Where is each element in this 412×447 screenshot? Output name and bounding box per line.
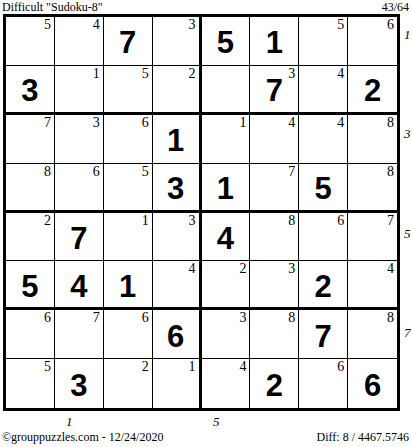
- row-label-7: 7: [404, 325, 411, 341]
- small-hint-digit: 2: [142, 359, 149, 374]
- cell-r7c6[interactable]: 8: [250, 310, 299, 359]
- small-hint-digit: 3: [189, 213, 196, 228]
- big-filled-digit: 5: [202, 17, 250, 65]
- cell-r6c2[interactable]: 4: [55, 261, 104, 310]
- cell-r4c8[interactable]: 8: [348, 164, 397, 213]
- small-hint-digit: 5: [44, 17, 51, 32]
- cell-r8c3[interactable]: 2: [104, 359, 153, 408]
- big-filled-digit: 1: [153, 115, 199, 163]
- small-hint-digit: 4: [93, 17, 100, 32]
- big-filled-digit: 7: [104, 17, 152, 65]
- big-filled-digit: 6: [153, 310, 199, 358]
- row-label-3: 3: [404, 126, 411, 142]
- col-label-1: 1: [66, 414, 73, 430]
- big-filled-digit: 5: [6, 261, 54, 307]
- small-hint-digit: 7: [93, 310, 100, 325]
- row-label-1: 1: [404, 27, 411, 43]
- small-hint-digit: 7: [44, 115, 51, 130]
- big-filled-digit: 7: [250, 66, 298, 112]
- cell-r6c8[interactable]: 4: [348, 261, 397, 310]
- cell-r8c8[interactable]: 6: [348, 359, 397, 408]
- small-hint-digit: 2: [189, 66, 196, 81]
- small-hint-digit: 8: [288, 213, 295, 228]
- cell-r7c7[interactable]: 7: [299, 310, 348, 359]
- small-hint-digit: 4: [337, 115, 344, 130]
- cell-r5c6[interactable]: 8: [250, 213, 299, 262]
- big-filled-digit: 7: [299, 310, 347, 358]
- cell-r7c4[interactable]: 6: [153, 310, 202, 359]
- small-hint-digit: 1: [93, 66, 100, 81]
- cell-r4c5[interactable]: 1: [202, 164, 251, 213]
- cell-r6c7[interactable]: 2: [299, 261, 348, 310]
- cell-r3c8[interactable]: 8: [348, 115, 397, 164]
- small-hint-digit: 2: [239, 261, 246, 276]
- cell-r4c7[interactable]: 5: [299, 164, 348, 213]
- cell-r2c8[interactable]: 2: [348, 66, 397, 115]
- cell-r1c7[interactable]: 5: [299, 17, 348, 66]
- small-hint-digit: 6: [387, 17, 394, 32]
- big-filled-digit: 3: [153, 164, 199, 210]
- cell-r1c4[interactable]: 3: [153, 17, 202, 66]
- big-filled-digit: 1: [104, 261, 152, 307]
- small-hint-digit: 6: [142, 115, 149, 130]
- big-filled-digit: 7: [55, 213, 103, 261]
- small-hint-digit: 5: [337, 17, 344, 32]
- cell-r2c6[interactable]: 37: [250, 66, 299, 115]
- small-hint-digit: 1: [142, 213, 149, 228]
- page-title: Difficult "Sudoku-8": [2, 0, 103, 15]
- cell-r8c5[interactable]: 4: [202, 359, 251, 408]
- small-hint-digit: 3: [189, 17, 196, 32]
- cell-r5c2[interactable]: 7: [55, 213, 104, 262]
- big-filled-digit: 2: [250, 359, 298, 408]
- cell-r7c5[interactable]: 3: [202, 310, 251, 359]
- cell-r2c1[interactable]: 3: [6, 66, 55, 115]
- footer-copyright: ©grouppuzzles.com - 12/24/2020: [2, 430, 163, 445]
- small-hint-digit: 3: [239, 310, 246, 325]
- cell-r6c4[interactable]: 4: [153, 261, 202, 310]
- row-label-5: 5: [404, 226, 411, 242]
- cell-r4c2[interactable]: 6: [55, 164, 104, 213]
- small-hint-digit: 4: [189, 261, 196, 276]
- cell-r3c4[interactable]: 1: [153, 115, 202, 164]
- big-filled-digit: 2: [299, 261, 347, 307]
- cell-r3c5[interactable]: 1: [202, 115, 251, 164]
- cell-r4c6[interactable]: 7: [250, 164, 299, 213]
- small-hint-digit: 7: [288, 164, 295, 179]
- small-hint-digit: 7: [387, 213, 394, 228]
- big-filled-digit: 3: [6, 66, 54, 112]
- small-hint-digit: 8: [44, 164, 51, 179]
- cell-r6c3[interactable]: 1: [104, 261, 153, 310]
- small-hint-digit: 1: [239, 115, 246, 130]
- cell-r1c1[interactable]: 5: [6, 17, 55, 66]
- cell-r6c6[interactable]: 3: [250, 261, 299, 310]
- cell-r5c1[interactable]: 2: [6, 213, 55, 262]
- small-hint-digit: 4: [387, 261, 394, 276]
- cell-r4c1[interactable]: 8: [6, 164, 55, 213]
- big-filled-digit: 3: [55, 359, 103, 408]
- cell-r8c1[interactable]: 5: [6, 359, 55, 408]
- small-hint-digit: 2: [44, 213, 51, 228]
- cell-r4c4[interactable]: 3: [153, 164, 202, 213]
- cell-r3c3[interactable]: 6: [104, 115, 153, 164]
- small-hint-digit: 8: [387, 164, 394, 179]
- small-hint-digit: 5: [142, 164, 149, 179]
- big-filled-digit: 1: [250, 17, 298, 65]
- cell-r1c6[interactable]: 1: [250, 17, 299, 66]
- big-filled-digit: 6: [348, 359, 397, 408]
- small-hint-digit: 5: [44, 359, 51, 374]
- cell-r2c2[interactable]: 1: [55, 66, 104, 115]
- cell-r2c4[interactable]: 2: [153, 66, 202, 115]
- small-hint-digit: 8: [387, 115, 394, 130]
- small-hint-digit: 4: [288, 115, 295, 130]
- cell-r6c5[interactable]: 2: [202, 261, 251, 310]
- cell-r4c3[interactable]: 5: [104, 164, 153, 213]
- footer-difficulty: Diff: 8 / 4467.5746: [317, 430, 409, 445]
- big-filled-digit: 5: [299, 164, 347, 210]
- small-hint-digit: 4: [239, 359, 246, 374]
- big-filled-digit: 4: [202, 213, 250, 261]
- cell-r7c1[interactable]: 6: [6, 310, 55, 359]
- cell-r1c2[interactable]: 4: [55, 17, 104, 66]
- cell-r8c6[interactable]: 2: [250, 359, 299, 408]
- cell-r2c7[interactable]: 4: [299, 66, 348, 115]
- cell-r2c5[interactable]: [202, 66, 251, 115]
- small-hint-digit: 4: [337, 66, 344, 81]
- cell-r5c4[interactable]: 3: [153, 213, 202, 262]
- cell-r5c3[interactable]: 1: [104, 213, 153, 262]
- cell-r7c3[interactable]: 6: [104, 310, 153, 359]
- cell-r6c1[interactable]: 5: [6, 261, 55, 310]
- cell-r7c8[interactable]: 8: [348, 310, 397, 359]
- small-hint-digit: 8: [387, 310, 394, 325]
- cell-r2c3[interactable]: 5: [104, 66, 153, 115]
- cell-r1c5[interactable]: 5: [202, 17, 251, 66]
- big-filled-digit: 2: [348, 66, 397, 112]
- cell-r3c1[interactable]: 7: [6, 115, 55, 164]
- big-filled-digit: 4: [55, 261, 103, 307]
- col-label-5: 5: [213, 414, 220, 430]
- small-hint-digit: 6: [44, 310, 51, 325]
- small-hint-digit: 3: [288, 261, 295, 276]
- sudoku-grid: 5473515631523742736114488653175827134867…: [3, 14, 400, 411]
- puzzle-page: Difficult "Sudoku-8" 43/64 5473515631523…: [0, 0, 412, 447]
- small-hint-digit: 6: [93, 164, 100, 179]
- small-hint-digit: 6: [337, 359, 344, 374]
- small-hint-digit: 8: [288, 310, 295, 325]
- small-hint-digit: 6: [337, 213, 344, 228]
- big-filled-digit: 1: [202, 164, 250, 210]
- cell-r1c8[interactable]: 6: [348, 17, 397, 66]
- cell-r3c7[interactable]: 4: [299, 115, 348, 164]
- small-hint-digit: 1: [189, 359, 196, 374]
- cell-r7c2[interactable]: 7: [55, 310, 104, 359]
- cell-r8c4[interactable]: 1: [153, 359, 202, 408]
- cell-r5c8[interactable]: 7: [348, 213, 397, 262]
- cell-r3c6[interactable]: 4: [250, 115, 299, 164]
- cell-r8c7[interactable]: 6: [299, 359, 348, 408]
- givens-counter: 43/64: [382, 0, 409, 15]
- cell-r1c3[interactable]: 7: [104, 17, 153, 66]
- cell-r3c2[interactable]: 3: [55, 115, 104, 164]
- cell-r8c2[interactable]: 3: [55, 359, 104, 408]
- small-hint-digit: 3: [93, 115, 100, 130]
- small-hint-digit: 5: [142, 66, 149, 81]
- cell-r5c7[interactable]: 6: [299, 213, 348, 262]
- small-hint-digit: 6: [142, 310, 149, 325]
- cell-r5c5[interactable]: 4: [202, 213, 251, 262]
